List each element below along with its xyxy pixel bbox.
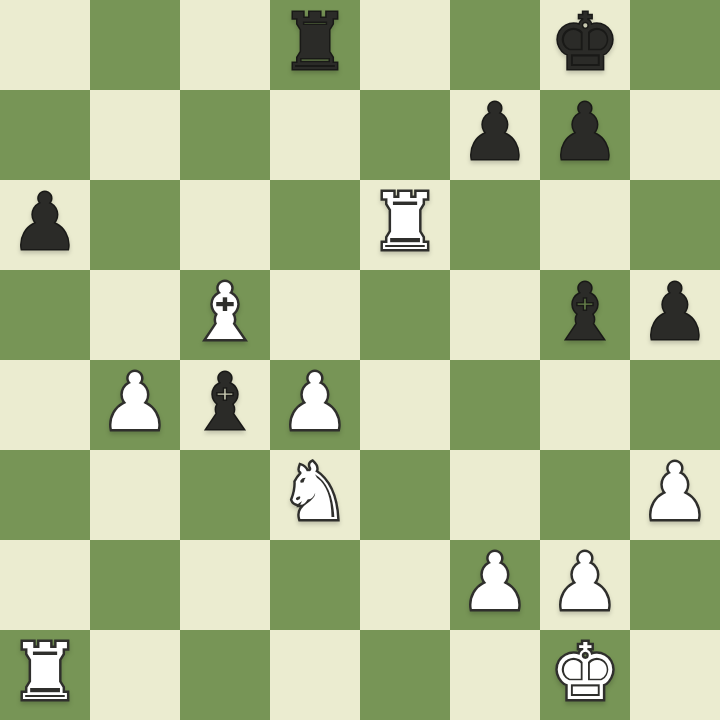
white-knight-icon[interactable]: ♞: [280, 447, 350, 537]
square-h3[interactable]: ♟: [630, 450, 720, 540]
square-e4[interactable]: [360, 360, 450, 450]
white-pawn-icon[interactable]: ♟: [640, 447, 710, 537]
black-pawn-icon[interactable]: ♟: [10, 177, 80, 267]
black-pawn-icon[interactable]: ♟: [640, 267, 710, 357]
square-a1[interactable]: ♜: [0, 630, 90, 720]
white-pawn-icon[interactable]: ♟: [280, 357, 350, 447]
square-a4[interactable]: [0, 360, 90, 450]
black-pawn-icon[interactable]: ♟: [460, 87, 530, 177]
square-g8[interactable]: ♚: [540, 0, 630, 90]
square-c3[interactable]: [180, 450, 270, 540]
black-bishop-icon[interactable]: ♝: [190, 357, 260, 447]
square-a6[interactable]: ♟: [0, 180, 90, 270]
square-h7[interactable]: [630, 90, 720, 180]
square-c7[interactable]: [180, 90, 270, 180]
black-king-icon[interactable]: ♚: [550, 0, 620, 87]
white-rook-icon[interactable]: ♜: [10, 627, 80, 717]
square-e7[interactable]: [360, 90, 450, 180]
square-g4[interactable]: [540, 360, 630, 450]
square-h4[interactable]: [630, 360, 720, 450]
square-a5[interactable]: [0, 270, 90, 360]
square-g2[interactable]: ♟: [540, 540, 630, 630]
square-a2[interactable]: [0, 540, 90, 630]
square-b6[interactable]: [90, 180, 180, 270]
square-h8[interactable]: [630, 0, 720, 90]
chess-board: ♜♚♟♟♟♜♝♝♟♟♝♟♞♟♟♟♜♚: [0, 0, 720, 720]
square-e2[interactable]: [360, 540, 450, 630]
square-d5[interactable]: [270, 270, 360, 360]
square-a7[interactable]: [0, 90, 90, 180]
square-g6[interactable]: [540, 180, 630, 270]
square-b4[interactable]: ♟: [90, 360, 180, 450]
square-d8[interactable]: ♜: [270, 0, 360, 90]
square-g7[interactable]: ♟: [540, 90, 630, 180]
square-f3[interactable]: [450, 450, 540, 540]
square-f8[interactable]: [450, 0, 540, 90]
black-rook-icon[interactable]: ♜: [280, 0, 350, 87]
square-h1[interactable]: [630, 630, 720, 720]
square-d6[interactable]: [270, 180, 360, 270]
square-d3[interactable]: ♞: [270, 450, 360, 540]
square-c1[interactable]: [180, 630, 270, 720]
square-e5[interactable]: [360, 270, 450, 360]
square-h6[interactable]: [630, 180, 720, 270]
square-h2[interactable]: [630, 540, 720, 630]
square-e1[interactable]: [360, 630, 450, 720]
black-bishop-icon[interactable]: ♝: [550, 267, 620, 357]
black-pawn-icon[interactable]: ♟: [550, 87, 620, 177]
white-rook-icon[interactable]: ♜: [370, 177, 440, 267]
square-f6[interactable]: [450, 180, 540, 270]
square-f2[interactable]: ♟: [450, 540, 540, 630]
square-f1[interactable]: [450, 630, 540, 720]
square-c4[interactable]: ♝: [180, 360, 270, 450]
white-pawn-icon[interactable]: ♟: [100, 357, 170, 447]
square-a3[interactable]: [0, 450, 90, 540]
square-g5[interactable]: ♝: [540, 270, 630, 360]
square-b5[interactable]: [90, 270, 180, 360]
square-f5[interactable]: [450, 270, 540, 360]
square-e8[interactable]: [360, 0, 450, 90]
square-a8[interactable]: [0, 0, 90, 90]
square-c5[interactable]: ♝: [180, 270, 270, 360]
square-b2[interactable]: [90, 540, 180, 630]
square-d2[interactable]: [270, 540, 360, 630]
square-d4[interactable]: ♟: [270, 360, 360, 450]
white-pawn-icon[interactable]: ♟: [460, 537, 530, 627]
square-c6[interactable]: [180, 180, 270, 270]
square-b1[interactable]: [90, 630, 180, 720]
square-d1[interactable]: [270, 630, 360, 720]
square-h5[interactable]: ♟: [630, 270, 720, 360]
square-c8[interactable]: [180, 0, 270, 90]
square-e3[interactable]: [360, 450, 450, 540]
square-g3[interactable]: [540, 450, 630, 540]
square-g1[interactable]: ♚: [540, 630, 630, 720]
white-pawn-icon[interactable]: ♟: [550, 537, 620, 627]
square-e6[interactable]: ♜: [360, 180, 450, 270]
square-b7[interactable]: [90, 90, 180, 180]
square-b3[interactable]: [90, 450, 180, 540]
square-f4[interactable]: [450, 360, 540, 450]
white-bishop-icon[interactable]: ♝: [190, 267, 260, 357]
square-f7[interactable]: ♟: [450, 90, 540, 180]
white-king-icon[interactable]: ♚: [550, 627, 620, 717]
square-d7[interactable]: [270, 90, 360, 180]
square-b8[interactable]: [90, 0, 180, 90]
square-c2[interactable]: [180, 540, 270, 630]
